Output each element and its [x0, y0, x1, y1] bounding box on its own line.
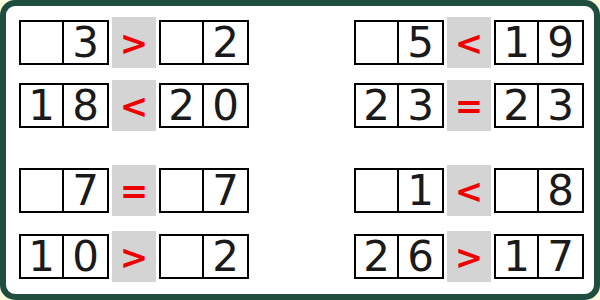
- left-number-box: 2 3: [354, 83, 444, 128]
- tens-digit-cell: 1: [21, 236, 64, 277]
- right-number-box: 2: [159, 234, 249, 279]
- tens-digit-cell: 2: [356, 236, 399, 277]
- comparison-operator[interactable]: >: [112, 231, 156, 282]
- comparison-operator[interactable]: =: [447, 80, 491, 131]
- left-number-box: 1: [354, 168, 444, 213]
- tens-digit-cell: 2: [356, 85, 399, 126]
- comparison-row: 5 < 1 9: [354, 17, 584, 68]
- tens-digit-cell: [161, 22, 204, 63]
- comparison-operator[interactable]: <: [112, 80, 156, 131]
- right-column: 5 < 1 9 2 3 = 2 3: [354, 17, 584, 282]
- comparison-columns: 3 > 2 1 8 < 2 0: [6, 6, 594, 282]
- ones-digit-cell: 7: [64, 170, 107, 211]
- left-number-box: 7: [19, 168, 109, 213]
- right-number-box: 1 7: [494, 234, 584, 279]
- left-number-box: 1 8: [19, 83, 109, 128]
- ones-digit-cell: 0: [64, 236, 107, 277]
- left-number-box: 1 0: [19, 234, 109, 279]
- ones-digit-cell: 0: [204, 85, 247, 126]
- ones-digit-cell: 2: [204, 236, 247, 277]
- ones-digit-cell: 1: [399, 170, 442, 211]
- tens-digit-cell: [21, 22, 64, 63]
- ones-digit-cell: 3: [539, 85, 582, 126]
- right-number-box: 2 3: [494, 83, 584, 128]
- tens-digit-cell: [161, 170, 204, 211]
- ones-digit-cell: 5: [399, 22, 442, 63]
- left-number-box: 3: [19, 20, 109, 65]
- ones-digit-cell: 3: [399, 85, 442, 126]
- tens-digit-cell: 1: [496, 236, 539, 277]
- right-number-box: 2 0: [159, 83, 249, 128]
- ones-digit-cell: 8: [64, 85, 107, 126]
- comparison-row: 1 8 < 2 0: [19, 80, 249, 131]
- ones-digit-cell: 8: [539, 170, 582, 211]
- right-number-box: 2: [159, 20, 249, 65]
- tens-digit-cell: [356, 170, 399, 211]
- tens-digit-cell: [356, 22, 399, 63]
- comparison-row: 1 0 > 2: [19, 231, 249, 282]
- tens-digit-cell: 2: [161, 85, 204, 126]
- right-number-box: 1 9: [494, 20, 584, 65]
- comparison-operator[interactable]: <: [447, 165, 491, 216]
- ones-digit-cell: 3: [64, 22, 107, 63]
- comparison-operator[interactable]: >: [112, 17, 156, 68]
- tens-digit-cell: [496, 170, 539, 211]
- left-number-box: 5: [354, 20, 444, 65]
- comparison-operator[interactable]: =: [112, 165, 156, 216]
- right-number-box: 8: [494, 168, 584, 213]
- comparison-row: 1 < 8: [354, 165, 584, 216]
- tens-digit-cell: 1: [21, 85, 64, 126]
- comparison-row: 3 > 2: [19, 17, 249, 68]
- comparison-operator[interactable]: >: [447, 231, 491, 282]
- worksheet-card: 3 > 2 1 8 < 2 0: [0, 0, 600, 300]
- ones-digit-cell: 7: [204, 170, 247, 211]
- left-number-box: 2 6: [354, 234, 444, 279]
- comparison-row: 2 3 = 2 3: [354, 80, 584, 131]
- ones-digit-cell: 2: [204, 22, 247, 63]
- tens-digit-cell: 1: [496, 22, 539, 63]
- ones-digit-cell: 6: [399, 236, 442, 277]
- tens-digit-cell: 2: [496, 85, 539, 126]
- left-column: 3 > 2 1 8 < 2 0: [19, 17, 249, 282]
- right-number-box: 7: [159, 168, 249, 213]
- tens-digit-cell: [161, 236, 204, 277]
- ones-digit-cell: 7: [539, 236, 582, 277]
- comparison-operator[interactable]: <: [447, 17, 491, 68]
- tens-digit-cell: [21, 170, 64, 211]
- comparison-row: 2 6 > 1 7: [354, 231, 584, 282]
- ones-digit-cell: 9: [539, 22, 582, 63]
- comparison-row: 7 = 7: [19, 165, 249, 216]
